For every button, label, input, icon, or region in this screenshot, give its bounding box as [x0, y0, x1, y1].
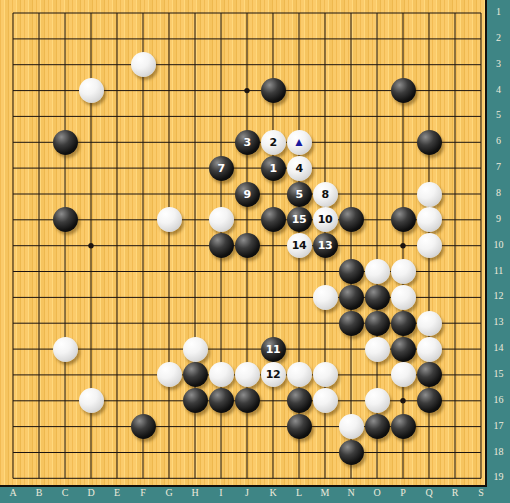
row-label-5: 5	[487, 109, 510, 123]
stone-black-O17[interactable]	[365, 414, 390, 439]
row-label-15: 15	[487, 368, 510, 382]
col-label-M: M	[312, 487, 338, 503]
stone-black-P9[interactable]	[391, 207, 416, 232]
stone-white-I15[interactable]	[209, 362, 234, 387]
stone-black-N13[interactable]	[339, 311, 364, 336]
stone-white-L15[interactable]	[287, 362, 312, 387]
col-label-O: O	[364, 487, 390, 503]
stone-white-G9[interactable]	[157, 207, 182, 232]
row-label-1: 1	[487, 6, 510, 20]
stone-black-K9[interactable]	[261, 207, 286, 232]
move-number: 9	[243, 188, 250, 201]
star-point	[400, 243, 405, 248]
triangle-mark-icon: ▲	[293, 136, 305, 148]
stone-black-N9[interactable]	[339, 207, 364, 232]
col-label-K: K	[260, 487, 286, 503]
col-label-F: F	[130, 487, 156, 503]
stone-white-D4[interactable]	[79, 78, 104, 103]
stone-black-K7[interactable]: 1	[261, 156, 286, 181]
stone-black-C9[interactable]	[53, 207, 78, 232]
stone-black-H15[interactable]	[183, 362, 208, 387]
stone-black-O13[interactable]	[365, 311, 390, 336]
col-label-J: J	[234, 487, 260, 503]
stone-black-O12[interactable]	[365, 285, 390, 310]
move-number: 4	[295, 162, 302, 175]
stone-white-H14[interactable]	[183, 337, 208, 362]
stone-black-L8[interactable]: 5	[287, 182, 312, 207]
col-label-P: P	[390, 487, 416, 503]
col-label-G: G	[156, 487, 182, 503]
col-label-I: I	[208, 487, 234, 503]
star-point	[400, 398, 405, 403]
move-number: 8	[321, 188, 328, 201]
stone-black-N12[interactable]	[339, 285, 364, 310]
stone-white-Q10[interactable]	[417, 233, 442, 258]
col-label-A: A	[0, 487, 26, 503]
col-label-E: E	[104, 487, 130, 503]
stone-black-N18[interactable]	[339, 440, 364, 465]
row-label-18: 18	[487, 446, 510, 460]
stone-black-H16[interactable]	[183, 388, 208, 413]
stone-black-N11[interactable]	[339, 259, 364, 284]
stone-white-Q14[interactable]	[417, 337, 442, 362]
stone-black-Q16[interactable]	[417, 388, 442, 413]
move-number: 2	[269, 136, 276, 149]
stone-black-I10[interactable]	[209, 233, 234, 258]
star-point	[88, 243, 93, 248]
row-label-9: 9	[487, 213, 510, 227]
row-label-7: 7	[487, 161, 510, 175]
row-label-4: 4	[487, 84, 510, 98]
stone-black-P14[interactable]	[391, 337, 416, 362]
col-label-H: H	[182, 487, 208, 503]
col-label-R: R	[442, 487, 468, 503]
stone-white-Q9[interactable]	[417, 207, 442, 232]
row-label-19: 19	[487, 471, 510, 485]
col-label-N: N	[338, 487, 364, 503]
move-number: 7	[217, 162, 224, 175]
stone-black-P4[interactable]	[391, 78, 416, 103]
row-label-11: 11	[487, 265, 510, 279]
stone-white-F3[interactable]	[131, 52, 156, 77]
move-number: 14	[292, 239, 306, 252]
stone-white-K15[interactable]: 12	[261, 362, 286, 387]
move-number: 13	[318, 239, 332, 252]
col-label-S: S	[468, 487, 494, 503]
col-label-B: B	[26, 487, 52, 503]
row-label-12: 12	[487, 290, 510, 304]
stone-black-M10[interactable]: 13	[313, 233, 338, 258]
star-point	[244, 88, 249, 93]
stone-white-Q13[interactable]	[417, 311, 442, 336]
stone-white-P11[interactable]	[391, 259, 416, 284]
stone-white-K6[interactable]: 2	[261, 130, 286, 155]
row-label-8: 8	[487, 187, 510, 201]
move-number: 3	[243, 136, 250, 149]
stone-white-J15[interactable]	[235, 362, 260, 387]
move-number: 12	[266, 368, 280, 381]
stone-black-L17[interactable]	[287, 414, 312, 439]
stone-black-J16[interactable]	[235, 388, 260, 413]
stone-white-O16[interactable]	[365, 388, 390, 413]
stone-black-I7[interactable]: 7	[209, 156, 234, 181]
stone-black-P13[interactable]	[391, 311, 416, 336]
stone-black-Q15[interactable]	[417, 362, 442, 387]
stone-white-M16[interactable]	[313, 388, 338, 413]
stone-white-M8[interactable]: 8	[313, 182, 338, 207]
stone-white-O11[interactable]	[365, 259, 390, 284]
stone-black-L16[interactable]	[287, 388, 312, 413]
stone-white-G15[interactable]	[157, 362, 182, 387]
stone-white-L10[interactable]: 14	[287, 233, 312, 258]
stone-white-D16[interactable]	[79, 388, 104, 413]
stone-white-L7[interactable]: 4	[287, 156, 312, 181]
stone-black-P17[interactable]	[391, 414, 416, 439]
col-label-L: L	[286, 487, 312, 503]
move-number: 1	[269, 162, 276, 175]
row-label-3: 3	[487, 58, 510, 72]
move-number: 5	[295, 188, 302, 201]
stone-black-J10[interactable]	[235, 233, 260, 258]
stone-white-L6[interactable]: ▲	[287, 130, 312, 155]
stone-black-F17[interactable]	[131, 414, 156, 439]
go-diagram-screen: 32▲714958151014131112 123456789101112131…	[0, 0, 510, 503]
stone-white-N17[interactable]	[339, 414, 364, 439]
move-number: 15	[292, 213, 306, 226]
stone-white-O14[interactable]	[365, 337, 390, 362]
col-label-Q: Q	[416, 487, 442, 503]
stone-black-J6[interactable]: 3	[235, 130, 260, 155]
stone-black-L9[interactable]: 15	[287, 207, 312, 232]
move-number: 10	[318, 213, 332, 226]
row-label-16: 16	[487, 394, 510, 408]
go-board[interactable]: 32▲714958151014131112	[0, 0, 487, 487]
stone-white-P15[interactable]	[391, 362, 416, 387]
row-label-2: 2	[487, 32, 510, 46]
stone-black-K14[interactable]: 11	[261, 337, 286, 362]
stone-white-M12[interactable]	[313, 285, 338, 310]
stone-white-M15[interactable]	[313, 362, 338, 387]
row-label-13: 13	[487, 316, 510, 330]
stone-white-M9[interactable]: 10	[313, 207, 338, 232]
stone-black-K4[interactable]	[261, 78, 286, 103]
row-label-10: 10	[487, 239, 510, 253]
stone-black-I16[interactable]	[209, 388, 234, 413]
row-label-14: 14	[487, 342, 510, 356]
stone-black-Q6[interactable]	[417, 130, 442, 155]
col-label-C: C	[52, 487, 78, 503]
stone-white-P12[interactable]	[391, 285, 416, 310]
col-label-D: D	[78, 487, 104, 503]
stone-white-Q8[interactable]	[417, 182, 442, 207]
stone-white-C14[interactable]	[53, 337, 78, 362]
row-label-6: 6	[487, 135, 510, 149]
stone-white-I9[interactable]	[209, 207, 234, 232]
stone-black-C6[interactable]	[53, 130, 78, 155]
move-number: 11	[266, 343, 280, 356]
row-label-17: 17	[487, 420, 510, 434]
stone-black-J8[interactable]: 9	[235, 182, 260, 207]
